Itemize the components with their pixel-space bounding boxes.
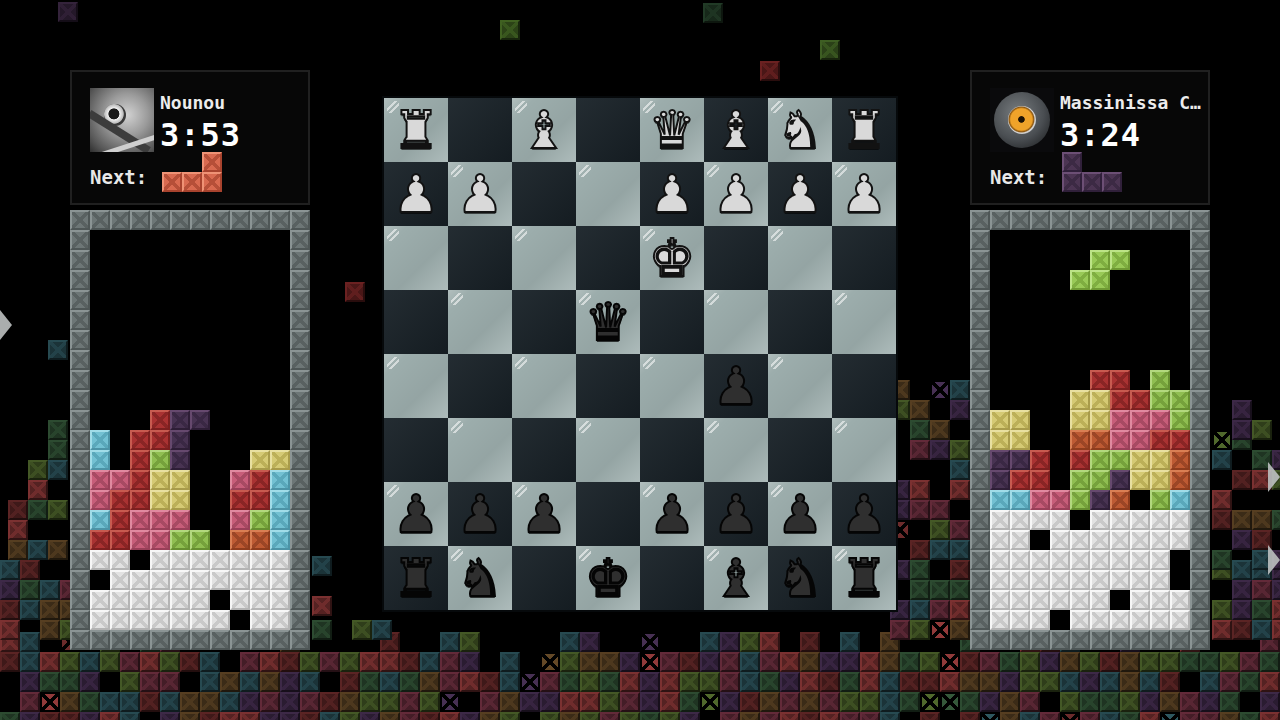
right-tetris-well[interactable] (970, 210, 1210, 650)
debris-block (920, 692, 940, 712)
debris-block (20, 632, 40, 652)
chess-square[interactable] (704, 290, 768, 354)
garbage-block (1090, 530, 1110, 550)
debris-block (460, 652, 480, 672)
garbage-block (1090, 510, 1110, 530)
garbage-block (1010, 610, 1030, 630)
debris-block (180, 652, 200, 672)
chess-square[interactable] (704, 226, 768, 290)
stack-block (1050, 490, 1070, 510)
debris-block (440, 632, 460, 652)
chess-square[interactable] (576, 418, 640, 482)
chess-square[interactable]: ♟ (704, 482, 768, 546)
debris-block (620, 712, 640, 720)
debris-block (900, 672, 920, 692)
debris-block (880, 672, 900, 692)
well-border-block (970, 270, 990, 290)
debris-block (1220, 692, 1240, 712)
stack-block (1090, 490, 1110, 510)
stack-block (990, 490, 1010, 510)
debris-block (500, 652, 520, 672)
debris-block (940, 692, 960, 712)
chess-square[interactable] (576, 354, 640, 418)
chess-piece-bQ[interactable]: ♛ (576, 290, 640, 354)
chess-piece-bN[interactable]: ♞ (768, 546, 832, 610)
chess-piece-bR[interactable]: ♜ (384, 546, 448, 610)
garbage-block (110, 590, 130, 610)
chess-square[interactable]: ♚ (640, 226, 704, 290)
left-player-name: Nounou (160, 92, 306, 113)
garbage-block (170, 590, 190, 610)
well-border-block (970, 610, 990, 630)
next-piece-block (182, 172, 202, 192)
debris-block (1160, 652, 1180, 672)
garbage-block (90, 550, 110, 570)
well-border-block (970, 250, 990, 270)
debris-block (20, 692, 40, 712)
debris-block (1080, 672, 1100, 692)
chess-piece-bB[interactable]: ♝ (704, 546, 768, 610)
debris-block (620, 672, 640, 692)
chess-square[interactable] (448, 354, 512, 418)
chess-square[interactable]: ♟ (384, 482, 448, 546)
debris-block (950, 520, 970, 540)
debris-block (380, 712, 400, 720)
chess-square[interactable]: ♞ (448, 546, 512, 610)
chess-piece-bK[interactable]: ♚ (576, 546, 640, 610)
chess-square[interactable]: ♜ (384, 546, 448, 610)
chess-square[interactable] (832, 226, 896, 290)
garbage-block (990, 570, 1010, 590)
chess-square[interactable] (832, 418, 896, 482)
debris-block (1260, 652, 1280, 672)
debris-block (920, 712, 940, 720)
chess-piece-wP[interactable]: ♟ (832, 162, 896, 226)
chess-square[interactable]: ♜ (832, 546, 896, 610)
chess-square[interactable]: ♟ (704, 354, 768, 418)
chess-square[interactable]: ♞ (768, 546, 832, 610)
well-border-block (70, 310, 90, 330)
chess-square[interactable]: ♟ (448, 482, 512, 546)
well-border-block (290, 270, 310, 290)
debris-block (1200, 652, 1220, 672)
chess-square[interactable] (512, 354, 576, 418)
chess-square[interactable] (512, 546, 576, 610)
chess-square[interactable]: ♜ (384, 98, 448, 162)
chess-square[interactable] (640, 418, 704, 482)
chess-piece-bP[interactable]: ♟ (768, 482, 832, 546)
screen-edge-arrow-icon (0, 310, 12, 340)
chess-square[interactable]: ♝ (704, 546, 768, 610)
debris-block (1232, 600, 1252, 620)
stack-block (110, 490, 130, 510)
well-border-block (970, 450, 990, 470)
debris-block (860, 712, 880, 720)
chess-square[interactable] (512, 226, 576, 290)
chess-square[interactable] (384, 226, 448, 290)
debris-block (48, 460, 68, 480)
left-tetris-well[interactable] (70, 210, 310, 650)
chess-square[interactable] (448, 98, 512, 162)
stack-block (1110, 470, 1130, 490)
chess-square[interactable]: ♟ (832, 482, 896, 546)
debris-block (1232, 420, 1252, 440)
debris-block (1120, 692, 1140, 712)
debris-block (260, 672, 280, 692)
debris-block (930, 440, 950, 460)
falling-tetromino-block[interactable] (1090, 270, 1110, 290)
debris-block (440, 652, 460, 672)
debris-block (1220, 712, 1240, 720)
well-border-block (290, 630, 310, 650)
chess-piece-bP[interactable]: ♟ (832, 482, 896, 546)
stack-block (990, 470, 1010, 490)
well-border-block (290, 590, 310, 610)
well-border-block (1190, 210, 1210, 230)
garbage-block (190, 590, 210, 610)
debris-block (1140, 672, 1160, 692)
chess-square[interactable]: ♟ (512, 482, 576, 546)
chess-square[interactable] (768, 354, 832, 418)
garbage-block (130, 570, 150, 590)
garbage-block (1070, 610, 1090, 630)
well-border-block (70, 470, 90, 490)
garbage-block (90, 590, 110, 610)
well-border-block (1190, 270, 1210, 290)
garbage-block (250, 550, 270, 570)
debris-block (340, 712, 360, 720)
debris-block (520, 672, 540, 692)
chess-square[interactable] (384, 418, 448, 482)
chess-square[interactable]: ♟ (384, 162, 448, 226)
debris-block (580, 712, 600, 720)
stack-block (1090, 470, 1110, 490)
debris-block (1200, 672, 1220, 692)
well-border-block (70, 610, 90, 630)
chess-piece-wB[interactable]: ♝ (512, 98, 576, 162)
chess-square[interactable] (448, 226, 512, 290)
debris-block (680, 692, 700, 712)
debris-block (930, 600, 950, 620)
well-border-block (1070, 210, 1090, 230)
chess-piece-bN[interactable]: ♞ (448, 546, 512, 610)
well-border-block (1050, 630, 1070, 650)
debris-block (420, 672, 440, 692)
chess-square[interactable]: ♟ (832, 162, 896, 226)
debris-block (580, 632, 600, 652)
garbage-block (1030, 610, 1050, 630)
stack-block (990, 410, 1010, 430)
debris-block (380, 652, 400, 672)
garbage-block (1050, 550, 1070, 570)
debris-block (950, 560, 970, 580)
well-border-block (70, 330, 90, 350)
debris-block (980, 672, 1000, 692)
well-border-block (970, 370, 990, 390)
debris-block (48, 500, 68, 520)
chess-square[interactable] (512, 162, 576, 226)
debris-block (910, 600, 930, 620)
stack-block (250, 530, 270, 550)
debris-block (600, 652, 620, 672)
stack-block (170, 490, 190, 510)
chess-piece-wQ[interactable]: ♛ (640, 98, 704, 162)
debris-block (640, 632, 660, 652)
well-border-block (70, 350, 90, 370)
chess-piece-wP[interactable]: ♟ (704, 162, 768, 226)
debris-block (1212, 600, 1232, 620)
chess-square[interactable] (512, 418, 576, 482)
stack-block (1010, 450, 1030, 470)
well-border-block (90, 210, 110, 230)
debris-block (560, 672, 580, 692)
chess-piece-wP[interactable]: ♟ (448, 162, 512, 226)
debris-block (360, 712, 380, 720)
debris-block (910, 400, 930, 420)
falling-tetromino-block[interactable] (1070, 270, 1090, 290)
well-border-block (1070, 630, 1090, 650)
chess-square[interactable]: ♝ (512, 98, 576, 162)
debris-block (660, 652, 680, 672)
debris-block (460, 712, 480, 720)
debris-block (420, 652, 440, 672)
debris-block (1212, 510, 1232, 530)
stack-block (270, 530, 290, 550)
chess-square[interactable] (384, 354, 448, 418)
debris-block (0, 580, 20, 600)
debris-block (500, 712, 520, 720)
debris-block (540, 712, 560, 720)
chess-square[interactable]: ♞ (768, 98, 832, 162)
debris-block (60, 672, 80, 692)
garbage-block (1130, 610, 1150, 630)
chess-piece-bP[interactable]: ♟ (704, 482, 768, 546)
debris-block (600, 712, 620, 720)
well-border-block (150, 630, 170, 650)
debris-block (1260, 692, 1280, 712)
chess-piece-bP[interactable]: ♟ (512, 482, 576, 546)
stack-block (170, 450, 190, 470)
chess-square[interactable]: ♟ (448, 162, 512, 226)
well-border-block (130, 630, 150, 650)
chess-square[interactable] (640, 354, 704, 418)
chess-square[interactable]: ♜ (832, 98, 896, 162)
debris-block (740, 712, 760, 720)
well-border-block (130, 210, 150, 230)
chess-square[interactable]: ♟ (640, 162, 704, 226)
chess-square[interactable] (576, 482, 640, 546)
stack-block (150, 450, 170, 470)
chess-piece-wB[interactable]: ♝ (704, 98, 768, 162)
debris-block (240, 672, 260, 692)
chess-square[interactable] (448, 290, 512, 354)
chess-square[interactable]: ♛ (576, 290, 640, 354)
debris-block (8, 520, 28, 540)
chess-square[interactable] (448, 418, 512, 482)
debris-block (1160, 712, 1180, 720)
debris-block (960, 692, 980, 712)
well-border-block (970, 430, 990, 450)
debris-block (1120, 672, 1140, 692)
stack-block (250, 510, 270, 530)
debris-block (930, 500, 950, 520)
chess-square[interactable] (768, 290, 832, 354)
well-border-block (1190, 370, 1210, 390)
debris-block (560, 692, 580, 712)
chess-piece-bP[interactable]: ♟ (384, 482, 448, 546)
debris-block (700, 672, 720, 692)
well-border-block (230, 630, 250, 650)
next-piece-block (1062, 152, 1082, 172)
debris-block (1080, 652, 1100, 672)
debris-block (940, 672, 960, 692)
stack-block (1070, 490, 1090, 510)
chess-square[interactable] (704, 418, 768, 482)
debris-block (20, 712, 40, 720)
debris-block (240, 652, 260, 672)
chess-square[interactable] (576, 98, 640, 162)
garbage-block (270, 590, 290, 610)
debris-block (1200, 712, 1220, 720)
garbage-block (1130, 510, 1150, 530)
chess-square[interactable] (640, 290, 704, 354)
well-border-block (70, 370, 90, 390)
scattered-block (500, 20, 520, 40)
debris-block (560, 712, 580, 720)
debris-block (940, 652, 960, 672)
chess-square[interactable] (832, 354, 896, 418)
chess-square[interactable] (384, 290, 448, 354)
debris-block (260, 712, 280, 720)
debris-block (840, 692, 860, 712)
well-border-block (970, 310, 990, 330)
debris-block (1272, 600, 1280, 620)
falling-tetromino-block[interactable] (1110, 250, 1130, 270)
chess-square[interactable]: ♝ (704, 98, 768, 162)
chess-square[interactable] (768, 418, 832, 482)
chess-square[interactable]: ♟ (704, 162, 768, 226)
debris-block (980, 692, 1000, 712)
debris-block (352, 620, 372, 640)
stack-block (250, 470, 270, 490)
well-border-block (150, 210, 170, 230)
chess-piece-wP[interactable]: ♟ (640, 162, 704, 226)
debris-block (800, 692, 820, 712)
garbage-block (170, 550, 190, 570)
debris-block (1272, 620, 1280, 640)
debris-block (1020, 692, 1040, 712)
debris-block (1140, 652, 1160, 672)
debris-block (340, 652, 360, 672)
chess-piece-bP[interactable]: ♟ (448, 482, 512, 546)
debris-block (400, 712, 420, 720)
stack-block (1070, 410, 1090, 430)
garbage-block (110, 570, 130, 590)
debris-block (890, 620, 910, 640)
debris-block (28, 460, 48, 480)
chess-board[interactable]: ♜♝♛♝♞♜♟♟♟♟♟♟♚♛♟♟♟♟♟♟♟♟♜♞♚♝♞♜ (384, 98, 896, 610)
debris-block (1060, 652, 1080, 672)
stack-block (90, 530, 110, 550)
garbage-block (250, 590, 270, 610)
chess-square[interactable] (576, 226, 640, 290)
debris-block (100, 652, 120, 672)
debris-block (910, 420, 930, 440)
chess-square[interactable]: ♟ (768, 482, 832, 546)
chess-piece-wP[interactable]: ♟ (384, 162, 448, 226)
left-next-piece-preview (162, 152, 224, 194)
well-border-block (1190, 230, 1210, 250)
chess-piece-bP[interactable]: ♟ (640, 482, 704, 546)
chess-square[interactable]: ♛ (640, 98, 704, 162)
well-border-block (1190, 310, 1210, 330)
stack-block (130, 430, 150, 450)
chess-square[interactable] (640, 546, 704, 610)
debris-block (180, 712, 200, 720)
chess-square[interactable]: ♟ (640, 482, 704, 546)
debris-block (820, 712, 840, 720)
next-piece-block (1082, 172, 1102, 192)
stack-block (170, 410, 190, 430)
chess-piece-wN[interactable]: ♞ (768, 98, 832, 162)
well-border-block (990, 210, 1010, 230)
falling-tetromino-block[interactable] (1090, 250, 1110, 270)
chess-piece-bP[interactable]: ♟ (704, 354, 768, 418)
garbage-block (1170, 590, 1190, 610)
stack-block (1150, 410, 1170, 430)
debris-block (1000, 692, 1020, 712)
garbage-block (130, 610, 150, 630)
chess-square[interactable]: ♚ (576, 546, 640, 610)
garbage-block (90, 610, 110, 630)
stack-block (270, 510, 290, 530)
chess-piece-bR[interactable]: ♜ (832, 546, 896, 610)
stack-block (170, 530, 190, 550)
debris-block (1252, 420, 1272, 440)
chess-square[interactable] (768, 226, 832, 290)
chess-square[interactable] (832, 290, 896, 354)
chess-square[interactable]: ♟ (768, 162, 832, 226)
right-player-clock: 3:24 (1060, 116, 1141, 154)
chess-piece-wP[interactable]: ♟ (768, 162, 832, 226)
chess-piece-wR[interactable]: ♜ (384, 98, 448, 162)
debris-block (320, 712, 340, 720)
debris-block (930, 380, 950, 400)
garbage-block (210, 570, 230, 590)
chess-piece-wK[interactable]: ♚ (640, 226, 704, 290)
chess-square[interactable] (512, 290, 576, 354)
well-border-block (1030, 630, 1050, 650)
right-player-panel: Massinissa C… 3:24 Next: (970, 70, 1210, 205)
well-border-block (970, 470, 990, 490)
right-player-name: Massinissa C… (1060, 92, 1206, 113)
chess-square[interactable] (576, 162, 640, 226)
debris-block (220, 692, 240, 712)
chess-piece-wR[interactable]: ♜ (832, 98, 896, 162)
debris-block (930, 620, 950, 640)
debris-block (700, 632, 720, 652)
stack-block (1150, 390, 1170, 410)
well-border-block (250, 210, 270, 230)
garbage-block (250, 610, 270, 630)
debris-block (480, 672, 500, 692)
garbage-block (1110, 530, 1130, 550)
well-border-block (70, 270, 90, 290)
well-border-block (970, 230, 990, 250)
well-border-block (1190, 430, 1210, 450)
garbage-block (230, 570, 250, 590)
well-border-block (290, 550, 310, 570)
